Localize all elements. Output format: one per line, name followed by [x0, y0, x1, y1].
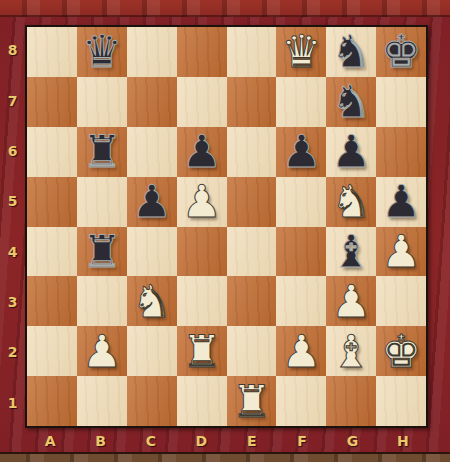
square-h5[interactable]: ♟ [376, 177, 426, 227]
file-label-a: A [25, 428, 75, 453]
piece-black-rook: ♜ [82, 129, 122, 174]
square-f7[interactable] [276, 77, 326, 127]
square-f3[interactable] [276, 276, 326, 326]
square-e8[interactable] [227, 27, 277, 77]
rank-label-3: 3 [0, 277, 25, 327]
rank-label-6: 6 [0, 126, 25, 176]
square-c8[interactable] [127, 27, 177, 77]
square-b8[interactable]: ♛ [77, 27, 127, 77]
piece-black-bishop: ♝ [331, 229, 371, 274]
rank-label-8: 8 [0, 25, 25, 75]
square-b3[interactable] [77, 276, 127, 326]
square-h4[interactable]: ♟ [376, 227, 426, 277]
piece-white-pawn: ♟ [181, 179, 221, 224]
piece-black-queen: ♛ [82, 29, 122, 74]
piece-black-pawn: ♟ [181, 129, 221, 174]
piece-white-queen: ♛ [281, 29, 321, 74]
square-a1[interactable] [27, 376, 77, 426]
square-g1[interactable] [326, 376, 376, 426]
file-label-h: H [378, 428, 428, 453]
chess-app-window: 87654321 ♛♛♞♚♞♜♟♟♟♟♟♞♟♜♝♟♞♟♟♜♟♝♚♜ ABCDEF… [0, 0, 450, 462]
square-a2[interactable] [27, 326, 77, 376]
square-d7[interactable] [177, 77, 227, 127]
square-f4[interactable] [276, 227, 326, 277]
square-d3[interactable] [177, 276, 227, 326]
square-c1[interactable] [127, 376, 177, 426]
square-h3[interactable] [376, 276, 426, 326]
piece-black-rook: ♜ [82, 229, 122, 274]
square-e6[interactable] [227, 127, 277, 177]
square-a7[interactable] [27, 77, 77, 127]
square-h6[interactable] [376, 127, 426, 177]
file-labels: ABCDEFGH [25, 428, 428, 453]
square-f1[interactable] [276, 376, 326, 426]
square-h2[interactable]: ♚ [376, 326, 426, 376]
piece-white-king: ♚ [381, 329, 421, 374]
square-g7[interactable]: ♞ [326, 77, 376, 127]
chess-board: ♛♛♞♚♞♜♟♟♟♟♟♞♟♜♝♟♞♟♟♜♟♝♚♜ [25, 25, 428, 428]
square-e4[interactable] [227, 227, 277, 277]
rank-label-5: 5 [0, 176, 25, 226]
square-c4[interactable] [127, 227, 177, 277]
square-d5[interactable]: ♟ [177, 177, 227, 227]
square-b1[interactable] [77, 376, 127, 426]
square-e2[interactable] [227, 326, 277, 376]
square-g6[interactable]: ♟ [326, 127, 376, 177]
square-d1[interactable] [177, 376, 227, 426]
square-e5[interactable] [227, 177, 277, 227]
piece-white-pawn: ♟ [331, 279, 371, 324]
square-g2[interactable]: ♝ [326, 326, 376, 376]
piece-white-knight: ♞ [132, 279, 172, 324]
square-a5[interactable] [27, 177, 77, 227]
piece-white-pawn: ♟ [381, 229, 421, 274]
piece-black-knight: ♞ [331, 79, 371, 124]
rank-label-7: 7 [0, 75, 25, 125]
square-d8[interactable] [177, 27, 227, 77]
piece-white-pawn: ♟ [281, 329, 321, 374]
rank-label-4: 4 [0, 227, 25, 277]
bottom-wood-trim [0, 452, 450, 462]
square-f2[interactable]: ♟ [276, 326, 326, 376]
top-wood-trim [0, 0, 450, 17]
square-f5[interactable] [276, 177, 326, 227]
square-a8[interactable] [27, 27, 77, 77]
square-b5[interactable] [77, 177, 127, 227]
square-e3[interactable] [227, 276, 277, 326]
square-a4[interactable] [27, 227, 77, 277]
piece-black-king: ♚ [381, 29, 421, 74]
square-d6[interactable]: ♟ [177, 127, 227, 177]
square-a3[interactable] [27, 276, 77, 326]
square-g4[interactable]: ♝ [326, 227, 376, 277]
square-c6[interactable] [127, 127, 177, 177]
piece-white-knight: ♞ [331, 179, 371, 224]
file-label-f: F [277, 428, 327, 453]
square-b4[interactable]: ♜ [77, 227, 127, 277]
file-label-d: D [176, 428, 226, 453]
file-label-c: C [126, 428, 176, 453]
square-b6[interactable]: ♜ [77, 127, 127, 177]
piece-black-pawn: ♟ [331, 129, 371, 174]
square-c7[interactable] [127, 77, 177, 127]
square-b2[interactable]: ♟ [77, 326, 127, 376]
rank-label-1: 1 [0, 378, 25, 428]
square-e7[interactable] [227, 77, 277, 127]
file-label-g: G [327, 428, 377, 453]
piece-white-pawn: ♟ [82, 329, 122, 374]
piece-black-pawn: ♟ [281, 129, 321, 174]
square-c3[interactable]: ♞ [127, 276, 177, 326]
piece-black-pawn: ♟ [132, 179, 172, 224]
file-label-b: B [75, 428, 125, 453]
square-h8[interactable]: ♚ [376, 27, 426, 77]
piece-black-pawn: ♟ [381, 179, 421, 224]
square-g8[interactable]: ♞ [326, 27, 376, 77]
square-e1[interactable]: ♜ [227, 376, 277, 426]
square-c5[interactable]: ♟ [127, 177, 177, 227]
square-c2[interactable] [127, 326, 177, 376]
square-b7[interactable] [77, 77, 127, 127]
square-d2[interactable]: ♜ [177, 326, 227, 376]
square-g3[interactable]: ♟ [326, 276, 376, 326]
piece-white-rook: ♜ [181, 329, 221, 374]
piece-black-knight: ♞ [331, 29, 371, 74]
square-f8[interactable]: ♛ [276, 27, 326, 77]
square-f6[interactable]: ♟ [276, 127, 326, 177]
square-g5[interactable]: ♞ [326, 177, 376, 227]
square-a6[interactable] [27, 127, 77, 177]
square-d4[interactable] [177, 227, 227, 277]
piece-white-rook: ♜ [231, 379, 271, 424]
square-h7[interactable] [376, 77, 426, 127]
piece-white-bishop: ♝ [331, 329, 371, 374]
rank-labels: 87654321 [0, 25, 25, 428]
rank-label-2: 2 [0, 327, 25, 377]
file-label-e: E [227, 428, 277, 453]
square-h1[interactable] [376, 376, 426, 426]
